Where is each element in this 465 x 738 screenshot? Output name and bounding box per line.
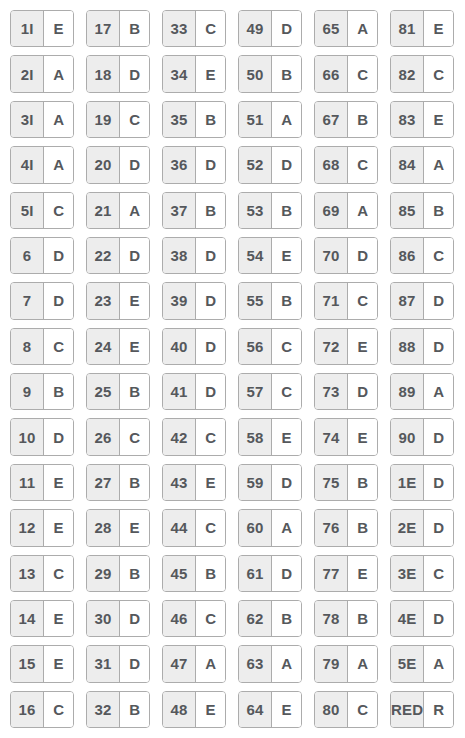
answer-letter: E [424, 102, 453, 137]
answer-cell: 88D [390, 328, 454, 365]
answer-cell: 13C [10, 555, 74, 592]
answer-cell: 62B [238, 600, 302, 637]
answer-cell: 68C [314, 146, 378, 183]
answer-letter: E [348, 556, 377, 591]
answer-cell: 58E [238, 418, 302, 455]
answer-cell: 78B [314, 600, 378, 637]
answer-letter: A [196, 646, 225, 681]
question-number: 69 [315, 193, 348, 228]
answer-letter: C [196, 419, 225, 454]
answer-cell: 27B [86, 464, 150, 501]
question-number: 17 [87, 11, 120, 46]
answer-letter: D [44, 419, 73, 454]
question-number: 8 [11, 329, 44, 364]
question-number: 26 [87, 419, 120, 454]
answer-letter: A [272, 510, 301, 545]
answer-cell: 2ED [390, 509, 454, 546]
answer-cell: 80C [314, 691, 378, 728]
question-number: 5E [391, 646, 424, 681]
answer-cell: 7D [10, 282, 74, 319]
question-number: 60 [239, 510, 272, 545]
question-number: 46 [163, 601, 196, 636]
answer-letter: D [424, 329, 453, 364]
answer-cell: 14E [10, 600, 74, 637]
answer-letter: B [348, 102, 377, 137]
answer-letter: B [348, 465, 377, 500]
question-number: 53 [239, 193, 272, 228]
question-number: 65 [315, 11, 348, 46]
answer-cell: 85B [390, 192, 454, 229]
question-number: 2E [391, 510, 424, 545]
question-number: 5I [11, 193, 44, 228]
answer-letter: B [348, 601, 377, 636]
answer-letter: A [272, 102, 301, 137]
answer-cell: 4ED [390, 600, 454, 637]
answer-cell: 71C [314, 282, 378, 319]
answer-letter: C [120, 419, 149, 454]
answer-cell: 8C [10, 328, 74, 365]
question-number: 73 [315, 374, 348, 409]
question-number: 33 [163, 11, 196, 46]
question-number: 89 [391, 374, 424, 409]
question-number: 43 [163, 465, 196, 500]
answer-letter: D [424, 465, 453, 500]
question-number: 78 [315, 601, 348, 636]
answer-letter: C [348, 283, 377, 318]
answer-cell: REDR [390, 691, 454, 728]
answer-letter: B [120, 556, 149, 591]
answer-cell: 87D [390, 282, 454, 319]
answer-cell: 53B [238, 192, 302, 229]
question-number: 44 [163, 510, 196, 545]
answer-letter: C [424, 238, 453, 273]
answer-cell: 10D [10, 418, 74, 455]
question-number: 7 [11, 283, 44, 318]
answer-letter: C [272, 374, 301, 409]
answer-cell: 9B [10, 373, 74, 410]
answer-letter: C [44, 193, 73, 228]
answer-letter: C [348, 56, 377, 91]
answer-cell: 28E [86, 509, 150, 546]
answer-letter: D [196, 283, 225, 318]
answer-cell: 31D [86, 645, 150, 682]
answer-letter: E [44, 510, 73, 545]
question-number: 2I [11, 56, 44, 91]
answer-key-page: 1IE2IA3IA4IA5IC6D7D8C9B10D11E12E13C14E15… [0, 0, 465, 738]
question-number: 32 [87, 692, 120, 727]
answer-cell: 12E [10, 509, 74, 546]
question-number: 25 [87, 374, 120, 409]
question-number: 64 [239, 692, 272, 727]
answer-letter: C [272, 329, 301, 364]
answer-letter: D [120, 147, 149, 182]
question-number: 81 [391, 11, 424, 46]
answer-letter: B [348, 510, 377, 545]
question-number: 58 [239, 419, 272, 454]
answer-cell: 24E [86, 328, 150, 365]
question-number: 70 [315, 238, 348, 273]
answer-cell: 15E [10, 645, 74, 682]
answer-letter: C [424, 556, 453, 591]
answer-cell: 57C [238, 373, 302, 410]
question-number: 90 [391, 419, 424, 454]
question-number: 11 [11, 465, 44, 500]
question-number: 86 [391, 238, 424, 273]
answer-letter: R [424, 692, 453, 727]
answer-letter: A [120, 193, 149, 228]
question-number: 14 [11, 601, 44, 636]
answer-letter: E [196, 56, 225, 91]
question-number: 61 [239, 556, 272, 591]
question-number: 79 [315, 646, 348, 681]
answer-letter: B [196, 556, 225, 591]
answer-cell: 36D [162, 146, 226, 183]
answer-cell: 77E [314, 555, 378, 592]
answer-cell: 61D [238, 555, 302, 592]
answer-letter: E [272, 692, 301, 727]
answer-letter: A [44, 147, 73, 182]
answer-cell: 3IA [10, 101, 74, 138]
question-number: 15 [11, 646, 44, 681]
question-number: 4I [11, 147, 44, 182]
question-number: 47 [163, 646, 196, 681]
answer-letter: C [120, 102, 149, 137]
answer-cell: 45B [162, 555, 226, 592]
answer-cell: 50B [238, 55, 302, 92]
question-number: 66 [315, 56, 348, 91]
answer-cell: 70D [314, 237, 378, 274]
answer-letter: A [424, 374, 453, 409]
question-number: 40 [163, 329, 196, 364]
answer-cell: 5IC [10, 192, 74, 229]
answer-letter: D [196, 374, 225, 409]
answer-letter: E [120, 510, 149, 545]
answer-cell: 49D [238, 10, 302, 47]
answer-letter: C [196, 11, 225, 46]
answer-letter: A [348, 646, 377, 681]
answer-cell: 51A [238, 101, 302, 138]
question-number: 3I [11, 102, 44, 137]
answer-letter: B [272, 283, 301, 318]
question-number: 84 [391, 147, 424, 182]
answer-cell: 16C [10, 691, 74, 728]
answer-letter: A [272, 646, 301, 681]
answer-cell: 21A [86, 192, 150, 229]
question-number: 63 [239, 646, 272, 681]
answer-letter: E [120, 329, 149, 364]
question-number: 27 [87, 465, 120, 500]
question-number: 29 [87, 556, 120, 591]
answer-letter: E [424, 11, 453, 46]
question-number: 1E [391, 465, 424, 500]
answer-letter: A [44, 102, 73, 137]
answer-letter: B [120, 692, 149, 727]
question-number: 31 [87, 646, 120, 681]
question-number: 20 [87, 147, 120, 182]
answer-letter: B [272, 56, 301, 91]
question-number: 68 [315, 147, 348, 182]
question-number: 39 [163, 283, 196, 318]
answer-letter: A [424, 147, 453, 182]
answer-letter: B [424, 193, 453, 228]
answer-cell: 56C [238, 328, 302, 365]
answer-cell: 69A [314, 192, 378, 229]
question-number: 13 [11, 556, 44, 591]
answer-cell: 17B [86, 10, 150, 47]
question-number: 77 [315, 556, 348, 591]
answer-cell: 84A [390, 146, 454, 183]
answer-cell: 55B [238, 282, 302, 319]
question-number: 59 [239, 465, 272, 500]
question-number: 30 [87, 601, 120, 636]
answer-cell: 52D [238, 146, 302, 183]
question-number: 22 [87, 238, 120, 273]
answer-cell: 11E [10, 464, 74, 501]
answer-letter: D [196, 238, 225, 273]
question-number: 57 [239, 374, 272, 409]
answer-letter: E [120, 283, 149, 318]
answer-cell: 37B [162, 192, 226, 229]
answer-cell: 65A [314, 10, 378, 47]
question-number: 3E [391, 556, 424, 591]
answer-letter: B [196, 193, 225, 228]
answer-cell: 1ED [390, 464, 454, 501]
answer-letter: D [120, 646, 149, 681]
answer-cell: 76B [314, 509, 378, 546]
question-number: 9 [11, 374, 44, 409]
answer-letter: E [44, 646, 73, 681]
question-number: 88 [391, 329, 424, 364]
question-number: 21 [87, 193, 120, 228]
answer-letter: E [196, 692, 225, 727]
answer-cell: 74E [314, 418, 378, 455]
question-number: 34 [163, 56, 196, 91]
answer-letter: E [348, 419, 377, 454]
question-number: 28 [87, 510, 120, 545]
answer-letter: D [196, 329, 225, 364]
answer-cell: 75B [314, 464, 378, 501]
question-number: 1I [11, 11, 44, 46]
answer-cell: 23E [86, 282, 150, 319]
answer-cell: 83E [390, 101, 454, 138]
answer-cell: 67B [314, 101, 378, 138]
question-number: 19 [87, 102, 120, 137]
answer-cell: 54E [238, 237, 302, 274]
answer-cell: 90D [390, 418, 454, 455]
question-number: 49 [239, 11, 272, 46]
question-number: 74 [315, 419, 348, 454]
answer-cell: 25B [86, 373, 150, 410]
answer-cell: 35B [162, 101, 226, 138]
question-number: 37 [163, 193, 196, 228]
question-number: 54 [239, 238, 272, 273]
answer-cell: 29B [86, 555, 150, 592]
answer-cell: 66C [314, 55, 378, 92]
answer-letter: B [120, 11, 149, 46]
answer-cell: 34E [162, 55, 226, 92]
question-number: 36 [163, 147, 196, 182]
question-number: 45 [163, 556, 196, 591]
question-number: 75 [315, 465, 348, 500]
question-number: 42 [163, 419, 196, 454]
answer-letter: E [44, 11, 73, 46]
answer-cell: 30D [86, 600, 150, 637]
answer-cell: 73D [314, 373, 378, 410]
question-number: 82 [391, 56, 424, 91]
answer-cell: 39D [162, 282, 226, 319]
question-number: 52 [239, 147, 272, 182]
answer-letter: E [196, 465, 225, 500]
answer-letter: C [348, 147, 377, 182]
question-number: 10 [11, 419, 44, 454]
answer-letter: A [424, 646, 453, 681]
answer-cell: 32B [86, 691, 150, 728]
answer-cell: 33C [162, 10, 226, 47]
answer-cell: 72E [314, 328, 378, 365]
answer-cell: 26C [86, 418, 150, 455]
answer-cell: 18D [86, 55, 150, 92]
answer-letter: D [272, 465, 301, 500]
answer-cell: 1IE [10, 10, 74, 47]
question-number: 12 [11, 510, 44, 545]
answer-letter: B [272, 601, 301, 636]
answer-letter: C [44, 329, 73, 364]
answer-letter: D [120, 238, 149, 273]
answer-cell: 44C [162, 509, 226, 546]
answer-letter: B [120, 374, 149, 409]
question-number: 80 [315, 692, 348, 727]
answer-cell: 20D [86, 146, 150, 183]
answer-letter: D [44, 283, 73, 318]
answer-cell: 46C [162, 600, 226, 637]
answer-cell: 82C [390, 55, 454, 92]
answer-letter: D [120, 56, 149, 91]
answer-cell: 60A [238, 509, 302, 546]
question-number: 72 [315, 329, 348, 364]
answer-cell: 86C [390, 237, 454, 274]
answer-letter: D [348, 238, 377, 273]
answer-letter: D [424, 283, 453, 318]
answer-cell: 81E [390, 10, 454, 47]
answer-letter: D [424, 601, 453, 636]
question-number: 71 [315, 283, 348, 318]
answer-letter: B [272, 193, 301, 228]
answer-cell: 89A [390, 373, 454, 410]
answer-letter: D [424, 419, 453, 454]
answer-cell: 41D [162, 373, 226, 410]
answer-letter: B [196, 102, 225, 137]
answer-letter: D [272, 556, 301, 591]
answer-letter: A [348, 193, 377, 228]
answer-cell: 79A [314, 645, 378, 682]
answer-letter: D [272, 147, 301, 182]
question-number: 6 [11, 238, 44, 273]
answer-cell: 40D [162, 328, 226, 365]
answer-cell: 48E [162, 691, 226, 728]
question-number: 51 [239, 102, 272, 137]
answer-cell: 2IA [10, 55, 74, 92]
answer-letter: D [348, 374, 377, 409]
answer-cell: 43E [162, 464, 226, 501]
answer-letter: E [272, 238, 301, 273]
question-number: 50 [239, 56, 272, 91]
question-number: 56 [239, 329, 272, 364]
question-number: 67 [315, 102, 348, 137]
answer-letter: D [44, 238, 73, 273]
answer-letter: D [120, 601, 149, 636]
answer-letter: C [44, 556, 73, 591]
answer-cell: 38D [162, 237, 226, 274]
answer-cell: 19C [86, 101, 150, 138]
question-number: 41 [163, 374, 196, 409]
answer-cell: 42C [162, 418, 226, 455]
answer-cell: 3EC [390, 555, 454, 592]
answer-letter: C [196, 510, 225, 545]
question-number: 35 [163, 102, 196, 137]
answer-letter: E [348, 329, 377, 364]
question-number: 87 [391, 283, 424, 318]
question-number: 62 [239, 601, 272, 636]
question-number: 76 [315, 510, 348, 545]
question-number: 16 [11, 692, 44, 727]
question-number: 83 [391, 102, 424, 137]
question-number: 23 [87, 283, 120, 318]
question-number: 24 [87, 329, 120, 364]
answer-letter: B [120, 465, 149, 500]
answer-cell: 59D [238, 464, 302, 501]
answer-cell: 63A [238, 645, 302, 682]
answer-letter: C [196, 601, 225, 636]
answer-cell: 22D [86, 237, 150, 274]
answer-letter: B [44, 374, 73, 409]
answer-cell: 47A [162, 645, 226, 682]
answer-letter: E [272, 419, 301, 454]
question-number: 18 [87, 56, 120, 91]
answer-letter: C [348, 692, 377, 727]
answer-letter: D [196, 147, 225, 182]
answer-grid: 1IE2IA3IA4IA5IC6D7D8C9B10D11E12E13C14E15… [0, 0, 465, 738]
answer-cell: 64E [238, 691, 302, 728]
answer-letter: E [44, 465, 73, 500]
question-number: 55 [239, 283, 272, 318]
question-number: 38 [163, 238, 196, 273]
answer-letter: A [44, 56, 73, 91]
answer-cell: 6D [10, 237, 74, 274]
answer-letter: E [44, 601, 73, 636]
answer-letter: D [272, 11, 301, 46]
answer-letter: C [44, 692, 73, 727]
answer-letter: C [424, 56, 453, 91]
answer-letter: D [424, 510, 453, 545]
answer-cell: 4IA [10, 146, 74, 183]
question-number: 85 [391, 193, 424, 228]
answer-cell: 5EA [390, 645, 454, 682]
answer-letter: A [348, 11, 377, 46]
question-number: RED [391, 692, 424, 727]
question-number: 48 [163, 692, 196, 727]
question-number: 4E [391, 601, 424, 636]
